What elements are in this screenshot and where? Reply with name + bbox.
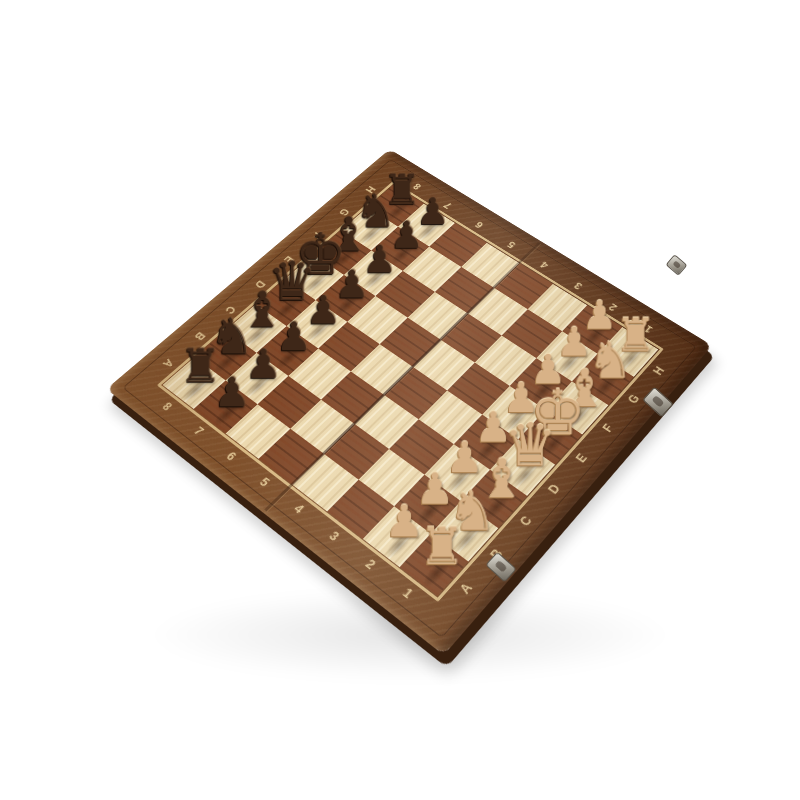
piece-white-rook-a1: ♜ bbox=[397, 523, 486, 570]
metal-clasp bbox=[665, 254, 687, 276]
pieces-layer: ♜♞♝♛♚♝♞♜♟♟♟♟♟♟♟♟♟♟♟♟♟♟♟♟♜♞♝♛♚♝♞♜ bbox=[106, 149, 712, 655]
piece-black-pawn-a7: ♟ bbox=[191, 374, 273, 412]
product-photo-scene: AA11BB22CC33DD44EE55FF66GG77HH88 ♜♞♝♛♚♝♞… bbox=[0, 0, 800, 800]
folding-chess-board: AA11BB22CC33DD44EE55FF66GG77HH88 ♜♞♝♛♚♝♞… bbox=[106, 149, 712, 655]
